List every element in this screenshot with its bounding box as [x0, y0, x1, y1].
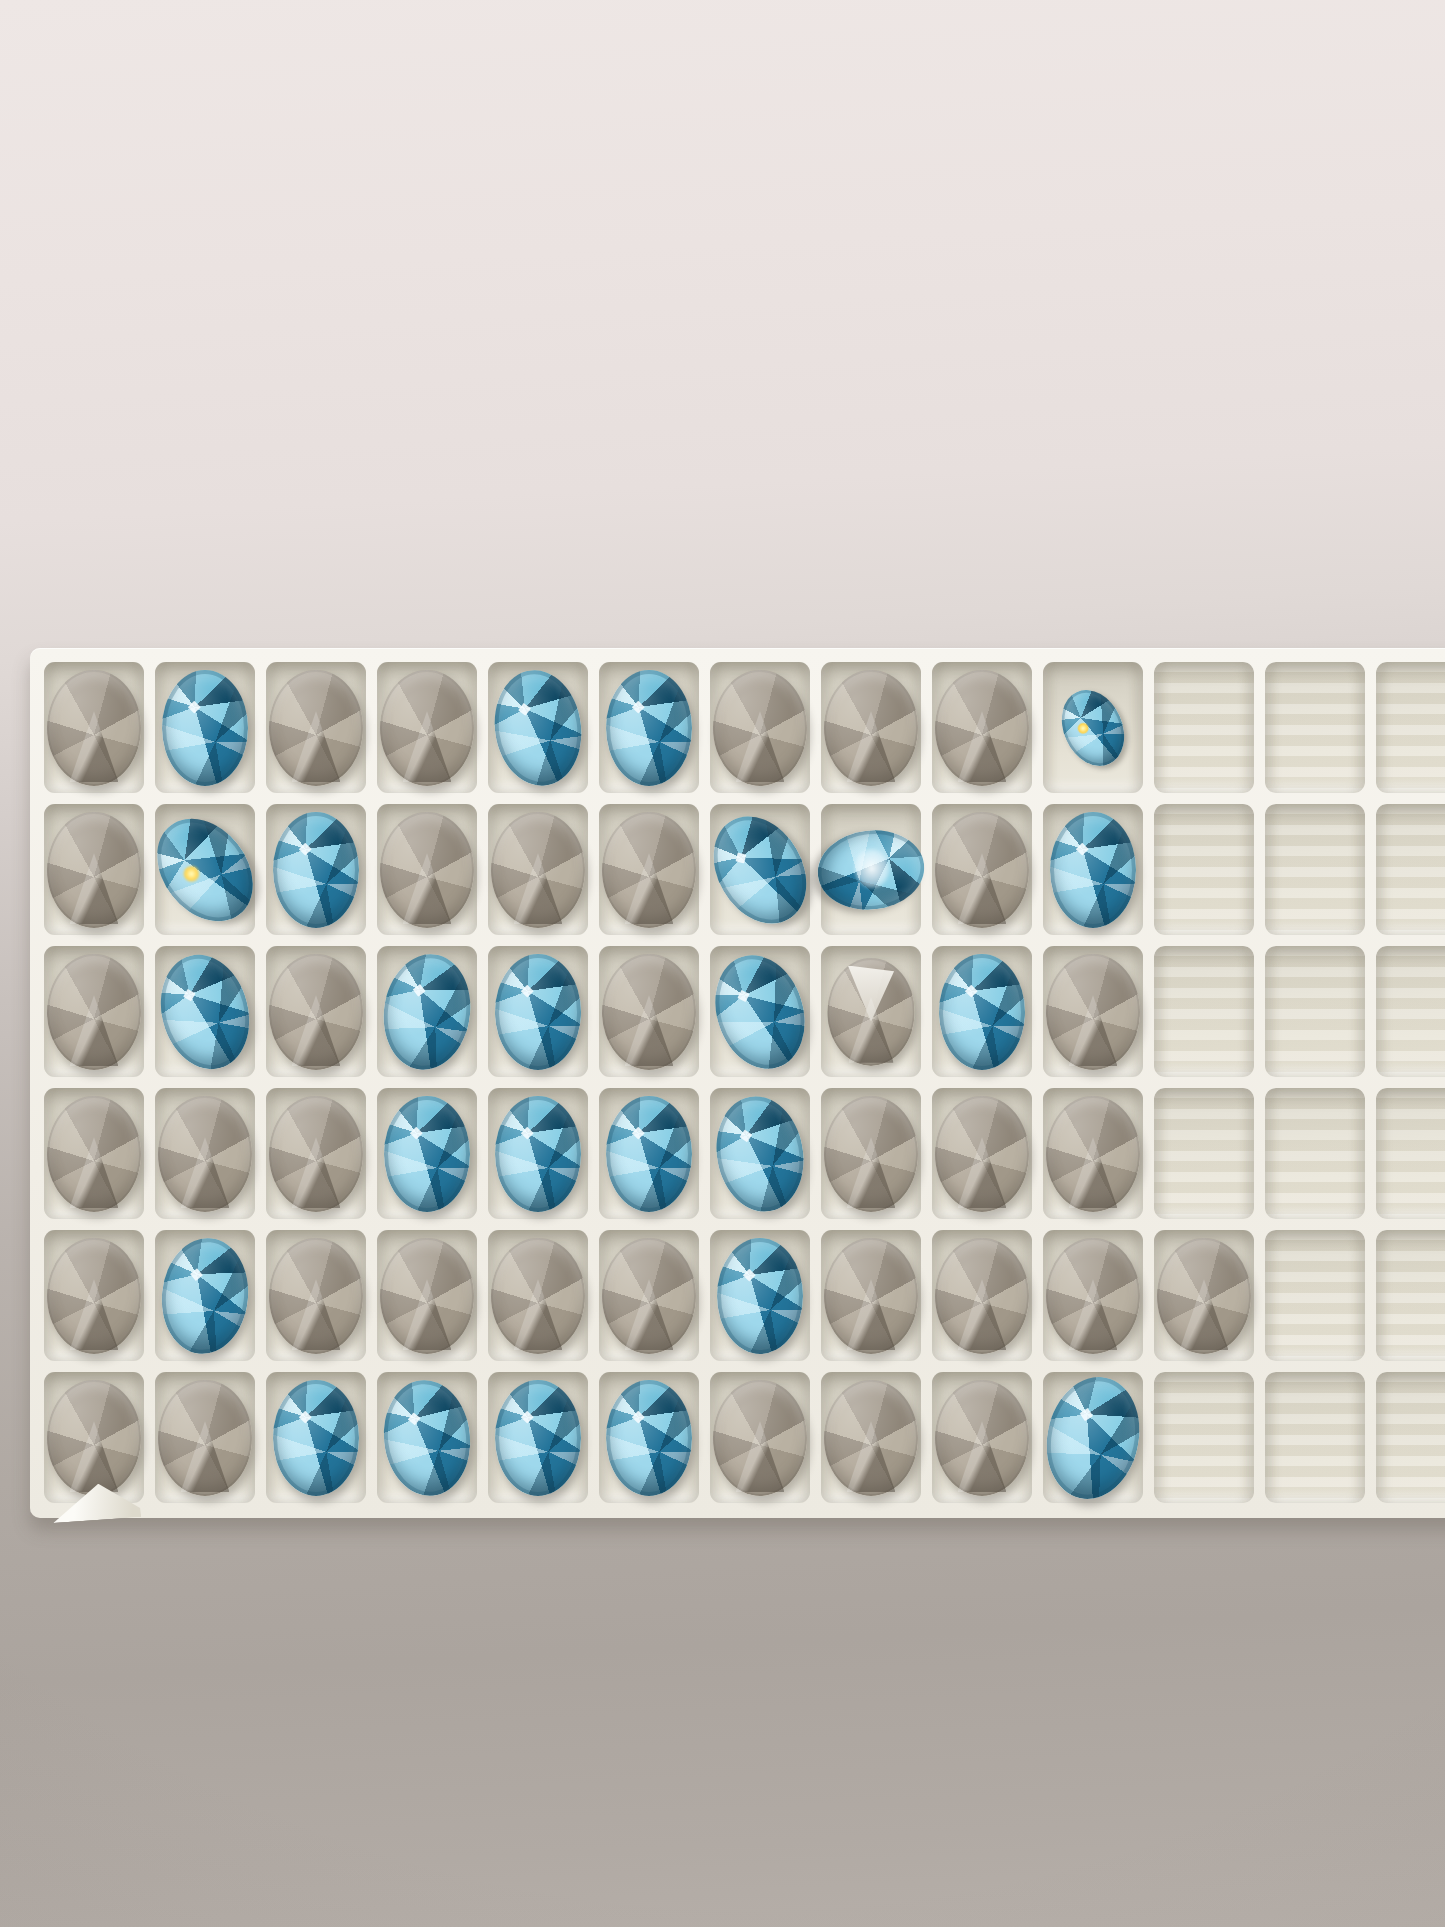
cell-r4c10 — [1043, 1088, 1143, 1219]
cell-r4c1 — [44, 1088, 144, 1219]
blue-crystal-r3c9[interactable] — [939, 954, 1025, 1070]
cell-r4c8 — [821, 1088, 921, 1219]
cell-r1c7 — [710, 662, 810, 793]
blue-crystal-r5c7[interactable] — [717, 1238, 803, 1354]
gray-foiled-stone-r1c4[interactable] — [380, 670, 474, 786]
cell-r3c2 — [155, 946, 255, 1077]
cell-r1c9 — [932, 662, 1032, 793]
cell-r4c7 — [710, 1088, 810, 1219]
cell-r4c11 — [1154, 1088, 1254, 1219]
gray-foiled-stone-r5c6[interactable] — [602, 1238, 696, 1354]
gray-foiled-stone-r1c8[interactable] — [824, 670, 918, 786]
blue-crystal-r2c2[interactable] — [137, 799, 272, 939]
gray-foiled-stone-r4c1[interactable] — [47, 1096, 141, 1212]
cell-r6c9 — [932, 1372, 1032, 1503]
cell-r2c5 — [488, 804, 588, 935]
cell-r1c10 — [1043, 662, 1143, 793]
gray-foiled-stone-r5c11[interactable] — [1157, 1238, 1251, 1354]
gray-foiled-stone-r2c4[interactable] — [380, 812, 474, 928]
cell-r3c7 — [710, 946, 810, 1077]
cell-r6c12 — [1265, 1372, 1365, 1503]
blue-crystal-r6c3[interactable] — [273, 1380, 359, 1496]
cell-r3c4 — [377, 946, 477, 1077]
cell-r6c4 — [377, 1372, 477, 1503]
cell-r2c3 — [266, 804, 366, 935]
cell-r2c2 — [155, 804, 255, 935]
gray-foiled-stone-r1c3[interactable] — [269, 670, 363, 786]
cell-r2c6 — [599, 804, 699, 935]
cell-r4c4 — [377, 1088, 477, 1219]
crystal-tray — [30, 648, 1445, 1518]
cell-r3c6 — [599, 946, 699, 1077]
gray-foiled-stone-r5c10[interactable] — [1046, 1238, 1140, 1354]
cell-r1c12 — [1265, 662, 1365, 793]
cell-r4c2 — [155, 1088, 255, 1219]
gray-foiled-stone-r5c4[interactable] — [380, 1238, 474, 1354]
cell-r4c3 — [266, 1088, 366, 1219]
cell-r3c13 — [1376, 946, 1445, 1077]
cell-r5c12 — [1265, 1230, 1365, 1361]
cell-r2c13 — [1376, 804, 1445, 935]
gray-foiled-stone-r3c1[interactable] — [47, 954, 141, 1070]
cell-r1c2 — [155, 662, 255, 793]
cell-r1c11 — [1154, 662, 1254, 793]
cell-r5c5 — [488, 1230, 588, 1361]
cell-r6c8 — [821, 1372, 921, 1503]
gray-foiled-stone-r4c10[interactable] — [1046, 1096, 1140, 1212]
cell-r6c7 — [710, 1372, 810, 1503]
blue-crystal-r4c5[interactable] — [495, 1096, 581, 1212]
cell-r6c13 — [1376, 1372, 1445, 1503]
blue-crystal-r6c10[interactable] — [1036, 1368, 1151, 1507]
cell-r6c2 — [155, 1372, 255, 1503]
gray-foiled-stone-r5c8[interactable] — [824, 1238, 918, 1354]
blue-crystal-r3c2[interactable] — [148, 944, 261, 1078]
tray-grid — [44, 662, 1445, 1503]
cell-r5c6 — [599, 1230, 699, 1361]
cell-r4c12 — [1265, 1088, 1365, 1219]
blue-crystal-r2c3[interactable] — [273, 812, 359, 928]
cell-r3c11 — [1154, 946, 1254, 1077]
cell-r2c12 — [1265, 804, 1365, 935]
gray-foiled-stone-r6c8[interactable] — [824, 1380, 918, 1496]
gray-foiled-stone-r6c9[interactable] — [935, 1380, 1029, 1496]
cell-r6c1 — [44, 1372, 144, 1503]
gray-foiled-stone-r4c9[interactable] — [935, 1096, 1029, 1212]
cell-r6c11 — [1154, 1372, 1254, 1503]
cell-r4c13 — [1376, 1088, 1445, 1219]
gray-foiled-stone-r6c2[interactable] — [158, 1380, 252, 1496]
cell-r4c6 — [599, 1088, 699, 1219]
cell-r3c8 — [821, 946, 921, 1077]
cell-r5c4 — [377, 1230, 477, 1361]
cell-r1c1 — [44, 662, 144, 793]
blue-crystal-r6c6[interactable] — [606, 1380, 692, 1496]
gray-foiled-stone-r5c1[interactable] — [47, 1238, 141, 1354]
blue-crystal-r4c4[interactable] — [384, 1096, 470, 1212]
cell-r2c4 — [377, 804, 477, 935]
cell-r5c2 — [155, 1230, 255, 1361]
gray-foiled-stone-r2c5[interactable] — [491, 812, 585, 928]
cell-r3c9 — [932, 946, 1032, 1077]
gray-foiled-stone-r3c8[interactable] — [827, 958, 914, 1066]
gray-foiled-stone-r4c3[interactable] — [269, 1096, 363, 1212]
gray-foiled-stone-r5c9[interactable] — [935, 1238, 1029, 1354]
cell-r2c8 — [821, 804, 921, 935]
cell-r1c8 — [821, 662, 921, 793]
cell-r2c10 — [1043, 804, 1143, 935]
cell-r6c3 — [266, 1372, 366, 1503]
cell-r6c10 — [1043, 1372, 1143, 1503]
gray-foiled-stone-r2c9[interactable] — [935, 812, 1029, 928]
gray-foiled-stone-r3c6[interactable] — [602, 954, 696, 1070]
gray-foiled-stone-r1c9[interactable] — [935, 670, 1029, 786]
cell-r5c10 — [1043, 1230, 1143, 1361]
gray-foiled-stone-r3c10[interactable] — [1046, 954, 1140, 1070]
blue-crystal-r2c10[interactable] — [1050, 812, 1136, 928]
gray-foiled-stone-r3c3[interactable] — [269, 954, 363, 1070]
cell-r2c9 — [932, 804, 1032, 935]
gray-foiled-stone-r6c7[interactable] — [713, 1380, 807, 1496]
blue-crystal-r3c5[interactable] — [495, 954, 581, 1070]
cell-r1c6 — [599, 662, 699, 793]
cell-r3c5 — [488, 946, 588, 1077]
blue-crystal-r1c6[interactable] — [606, 670, 692, 786]
gray-foiled-stone-r5c3[interactable] — [269, 1238, 363, 1354]
blue-crystal-r6c5[interactable] — [495, 1380, 581, 1496]
blue-crystal-r4c6[interactable] — [606, 1096, 692, 1212]
gray-foiled-stone-r2c6[interactable] — [602, 812, 696, 928]
gray-foiled-stone-r6c1[interactable] — [47, 1380, 141, 1496]
cell-r3c10 — [1043, 946, 1143, 1077]
cell-r5c1 — [44, 1230, 144, 1361]
cell-r3c1 — [44, 946, 144, 1077]
gray-foiled-stone-r2c1[interactable] — [47, 812, 141, 928]
photo-scene — [0, 0, 1445, 1927]
gray-foiled-stone-r1c7[interactable] — [713, 670, 807, 786]
cell-r2c7 — [710, 804, 810, 935]
cell-r5c11 — [1154, 1230, 1254, 1361]
blue-crystal-r5c2[interactable] — [156, 1233, 254, 1357]
blue-crystal-r1c2[interactable] — [162, 670, 248, 786]
cell-r3c3 — [266, 946, 366, 1077]
blue-crystal-r2c7[interactable] — [695, 799, 825, 940]
cell-r5c8 — [821, 1230, 921, 1361]
cell-r6c6 — [599, 1372, 699, 1503]
cell-r4c5 — [488, 1088, 588, 1219]
blue-crystal-r6c4[interactable] — [378, 1375, 476, 1499]
blue-crystal-r2c8[interactable] — [814, 825, 928, 915]
cell-r5c13 — [1376, 1230, 1445, 1361]
cell-r4c9 — [932, 1088, 1032, 1219]
blue-crystal-r4c7[interactable] — [708, 1089, 813, 1218]
blue-crystal-r1c5[interactable] — [487, 664, 588, 791]
gray-foiled-stone-r1c1[interactable] — [47, 670, 141, 786]
cell-r1c4 — [377, 662, 477, 793]
gray-foiled-stone-r4c2[interactable] — [158, 1096, 252, 1212]
cell-r1c5 — [488, 662, 588, 793]
gray-foiled-stone-r5c5[interactable] — [491, 1238, 585, 1354]
cell-r6c5 — [488, 1372, 588, 1503]
cell-r2c1 — [44, 804, 144, 935]
cell-r5c3 — [266, 1230, 366, 1361]
cell-r5c9 — [932, 1230, 1032, 1361]
gray-foiled-stone-r4c8[interactable] — [824, 1096, 918, 1212]
cell-r1c3 — [266, 662, 366, 793]
blue-crystal-r3c7[interactable] — [701, 943, 819, 1080]
blue-crystal-r3c4[interactable] — [376, 948, 477, 1075]
cell-r2c11 — [1154, 804, 1254, 935]
cell-r5c7 — [710, 1230, 810, 1361]
cell-r3c12 — [1265, 946, 1365, 1077]
cell-r1c13 — [1376, 662, 1445, 793]
blue-crystal-r1c10[interactable] — [1050, 680, 1136, 776]
